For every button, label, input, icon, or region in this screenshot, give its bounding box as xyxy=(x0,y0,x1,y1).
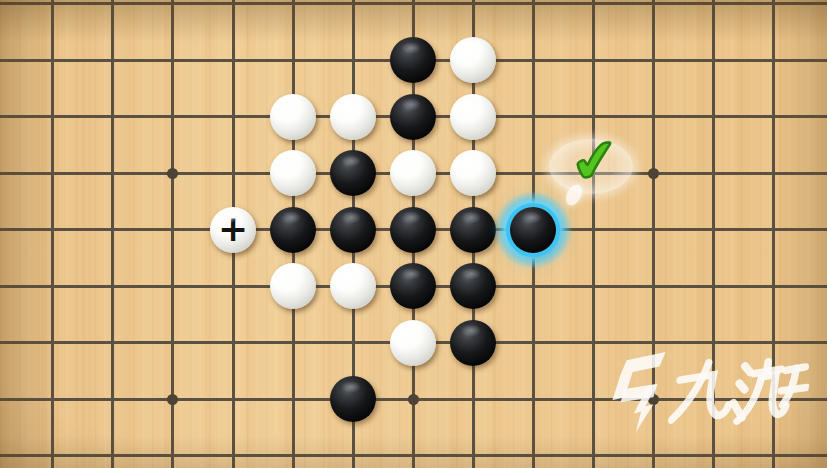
star-point xyxy=(167,394,178,405)
checkmark-icon[interactable]: ✔ xyxy=(559,125,631,197)
star-point xyxy=(648,394,659,405)
star-point xyxy=(167,168,178,179)
plus-move-marker: + xyxy=(210,207,256,253)
white-stone xyxy=(390,150,436,196)
white-stone xyxy=(330,263,376,309)
previous-move-stone-white-plus: + xyxy=(210,207,256,253)
black-stone xyxy=(270,207,316,253)
star-point xyxy=(408,394,419,405)
black-stone xyxy=(450,207,496,253)
black-stone xyxy=(330,150,376,196)
white-stone xyxy=(450,37,496,83)
black-stone xyxy=(390,207,436,253)
white-stone xyxy=(270,263,316,309)
grid-line-horizontal xyxy=(0,2,827,5)
black-stone xyxy=(390,263,436,309)
white-stone xyxy=(450,94,496,140)
white-stone xyxy=(270,150,316,196)
black-stone xyxy=(330,376,376,422)
white-stone xyxy=(390,320,436,366)
last-move-stone-black[interactable] xyxy=(510,207,556,253)
black-stone xyxy=(390,37,436,83)
black-stone xyxy=(390,94,436,140)
white-stone xyxy=(270,94,316,140)
white-stone xyxy=(450,150,496,196)
star-point xyxy=(648,168,659,179)
gomoku-board[interactable]: + ✔ xyxy=(0,0,827,468)
black-stone xyxy=(450,320,496,366)
white-stone xyxy=(330,94,376,140)
black-stone xyxy=(450,263,496,309)
grid-line-horizontal xyxy=(0,454,827,457)
black-stone xyxy=(330,207,376,253)
